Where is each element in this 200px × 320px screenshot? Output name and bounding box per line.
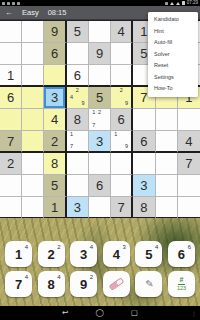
cell-r7c4[interactable] — [67, 153, 89, 175]
key-2[interactable]: 22 — [38, 241, 65, 267]
cell-r3c1[interactable]: 1 — [0, 65, 22, 87]
cell-r4c6[interactable]: 29 — [111, 87, 133, 109]
overflow-menu: KandidatoHintAuto-fillSolverResetSetting… — [148, 12, 198, 97]
pencilmarks: 127 — [89, 109, 110, 130]
cell-r9c9[interactable] — [178, 197, 200, 219]
pencil-icon: ✏ — [142, 277, 155, 290]
cell-r5c8[interactable] — [156, 109, 178, 131]
key-remaining-count: 2 — [57, 244, 60, 250]
candidates-toggle-icon: #123 — [177, 276, 186, 292]
cell-r9c5[interactable] — [89, 197, 111, 219]
key-4[interactable]: 43 — [103, 241, 130, 267]
key-remaining-count: 4 — [25, 274, 28, 280]
cell-r1c5[interactable] — [89, 21, 111, 43]
cell-r7c5[interactable] — [89, 153, 111, 175]
key-digit: 1 — [15, 247, 22, 262]
cell-r5c4[interactable]: 8 — [67, 109, 89, 131]
screenshot-icon — [165, 2, 168, 5]
key-remaining-count: 2 — [90, 274, 93, 280]
cell-r9c1[interactable] — [0, 197, 22, 219]
cell-r8c8[interactable] — [156, 175, 178, 197]
keypad-row-2: 748492✏#123 — [0, 271, 200, 297]
key-remaining-count: 4 — [25, 244, 28, 250]
menu-item-reset[interactable]: Reset — [148, 60, 198, 72]
cell-r6c1[interactable]: 7 — [0, 131, 22, 153]
key-remaining-count: 3 — [122, 244, 125, 250]
cell-r9c4[interactable]: 3 — [67, 197, 89, 219]
menu-item-solver[interactable]: Solver — [148, 49, 198, 61]
cell-r4c2[interactable] — [22, 87, 44, 109]
cell-r8c5[interactable]: 6 — [89, 175, 111, 197]
signal-icon — [170, 2, 174, 5]
cell-r6c5[interactable]: 3 — [89, 131, 111, 153]
nav-overflow-icon[interactable]: ⋮ — [191, 310, 197, 317]
status-system-icons: 07:29 — [165, 0, 198, 6]
pencil-button[interactable]: ✏ — [135, 271, 162, 297]
sudoku-app-screen: 07:29 ← Easy 08:15 954169516632495297148… — [0, 0, 200, 320]
cell-r6c7[interactable]: 6 — [133, 131, 155, 153]
status-notification-icons — [2, 2, 20, 5]
notification-icon — [2, 2, 5, 5]
key-digit: 4 — [113, 247, 120, 262]
key-8[interactable]: 84 — [38, 271, 65, 297]
cell-r5c9[interactable] — [178, 109, 200, 131]
nav-back-icon[interactable]: ↩ — [62, 306, 68, 320]
cell-r6c2[interactable] — [22, 131, 44, 153]
cell-r7c6[interactable] — [111, 153, 133, 175]
menu-item-how-to[interactable]: How-To — [148, 83, 198, 95]
key-remaining-count: 4 — [57, 274, 60, 280]
back-arrow-icon[interactable]: ← — [5, 8, 13, 17]
cell-r7c2[interactable] — [22, 153, 44, 175]
pencilmarks: 17 — [67, 131, 88, 151]
cell-r1c6[interactable]: 4 — [111, 21, 133, 43]
nav-recents-icon[interactable]: ▢ — [131, 306, 138, 320]
cell-r9c2[interactable] — [22, 197, 44, 219]
cell-r3c5[interactable] — [89, 65, 111, 87]
cell-r2c1[interactable] — [0, 43, 22, 65]
cell-r8c6[interactable] — [111, 175, 133, 197]
nav-home-icon[interactable]: ◯ — [95, 306, 103, 320]
key-digit: 5 — [145, 247, 152, 262]
keypad-area: 142234435466 748492✏#123 — [0, 218, 200, 306]
keypad-row-1: 142234435466 — [0, 241, 200, 267]
cell-r8c2[interactable] — [22, 175, 44, 197]
cell-r9c3[interactable]: 1 — [44, 197, 66, 219]
key-digit: 6 — [178, 247, 185, 262]
cell-r2c5[interactable]: 9 — [89, 43, 111, 65]
pencilmarks: 19 — [111, 131, 131, 151]
key-digit: 7 — [15, 277, 22, 292]
cell-r7c8[interactable] — [156, 153, 178, 175]
cell-r7c9[interactable]: 7 — [178, 153, 200, 175]
cell-r8c1[interactable] — [0, 175, 22, 197]
wifi-icon — [176, 2, 180, 5]
status-clock: 07:29 — [187, 0, 198, 6]
cell-r4c4[interactable]: 249 — [67, 87, 89, 109]
game-timer: 08:15 — [48, 8, 67, 17]
cell-r6c8[interactable] — [156, 131, 178, 153]
cell-r2c4[interactable] — [67, 43, 89, 65]
cell-r9c8[interactable] — [156, 197, 178, 219]
key-digit: 2 — [47, 247, 54, 262]
notification-icon — [12, 2, 15, 5]
cell-r5c5[interactable]: 127 — [89, 109, 111, 131]
cell-r3c6[interactable] — [111, 65, 133, 87]
cell-r6c4[interactable]: 17 — [67, 131, 89, 153]
cell-r5c7[interactable] — [133, 109, 155, 131]
eraser-icon — [108, 277, 124, 291]
key-9[interactable]: 92 — [70, 271, 97, 297]
candidates-toggle-button[interactable]: #123 — [168, 271, 195, 297]
menu-item-auto-fill[interactable]: Auto-fill — [148, 37, 198, 49]
notification-icon — [17, 2, 20, 5]
cell-r4c5[interactable]: 5 — [89, 87, 111, 109]
cell-r2c3[interactable]: 6 — [44, 43, 66, 65]
key-digit: 3 — [80, 247, 87, 262]
cell-r1c4[interactable]: 5 — [67, 21, 89, 43]
menu-item-settings[interactable]: Settings — [148, 72, 198, 84]
key-remaining-count: 4 — [90, 244, 93, 250]
cell-r3c4[interactable]: 6 — [67, 65, 89, 87]
pencilmarks: 249 — [67, 87, 88, 108]
cell-r5c1[interactable] — [0, 109, 22, 131]
android-nav-bar: ↩ ◯ ▢ ⋮ — [0, 306, 200, 320]
cell-r7c7[interactable] — [133, 153, 155, 175]
cell-r8c7[interactable]: 3 — [133, 175, 155, 197]
eraser-button[interactable] — [103, 271, 130, 297]
cell-r4c3-selected[interactable]: 3 — [44, 87, 66, 109]
key-5[interactable]: 54 — [135, 241, 162, 267]
cell-r9c7[interactable]: 8 — [133, 197, 155, 219]
cell-r6c3[interactable]: 2 — [44, 131, 66, 153]
cell-r1c1[interactable] — [0, 21, 22, 43]
cell-r3c3[interactable] — [44, 65, 66, 87]
key-3[interactable]: 34 — [70, 241, 97, 267]
cell-r4c1[interactable]: 6 — [0, 87, 22, 109]
cell-r9c6[interactable]: 7 — [111, 197, 133, 219]
cell-r2c6[interactable] — [111, 43, 133, 65]
difficulty-label: Easy — [22, 8, 39, 17]
cell-r2c2[interactable] — [22, 43, 44, 65]
menu-item-kandidato[interactable]: Kandidato — [148, 14, 198, 26]
pencilmarks: 29 — [111, 87, 131, 108]
battery-icon — [182, 1, 185, 5]
cell-r5c2[interactable] — [22, 109, 44, 131]
cell-r7c1[interactable]: 2 — [0, 153, 22, 175]
cell-r8c9[interactable] — [178, 175, 200, 197]
key-1[interactable]: 14 — [5, 241, 32, 267]
cell-r1c2[interactable] — [22, 21, 44, 43]
key-digit: 8 — [47, 277, 54, 292]
key-digit: 9 — [80, 277, 87, 292]
cell-r6c6[interactable]: 19 — [111, 131, 133, 153]
menu-item-hint[interactable]: Hint — [148, 26, 198, 38]
key-7[interactable]: 74 — [5, 271, 32, 297]
cell-r7c3[interactable]: 8 — [44, 153, 66, 175]
key-remaining-count: 4 — [155, 244, 158, 250]
cell-r6c9[interactable]: 4 — [178, 131, 200, 153]
cell-r8c3[interactable]: 5 — [44, 175, 66, 197]
notification-icon — [7, 2, 10, 5]
cell-r5c6[interactable]: 6 — [111, 109, 133, 131]
key-remaining-count: 6 — [188, 244, 191, 250]
cell-r5c3[interactable]: 4 — [44, 109, 66, 131]
cell-r8c4[interactable] — [67, 175, 89, 197]
key-6[interactable]: 66 — [168, 241, 195, 267]
cell-r1c3[interactable]: 9 — [44, 21, 66, 43]
cell-r3c2[interactable] — [22, 65, 44, 87]
